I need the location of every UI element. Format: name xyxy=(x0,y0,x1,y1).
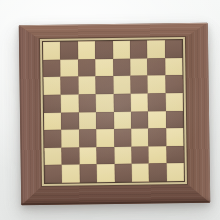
square-h4 xyxy=(166,111,184,129)
square-c6 xyxy=(78,77,96,95)
square-d2 xyxy=(97,147,115,165)
square-c7 xyxy=(78,59,96,77)
square-c4 xyxy=(79,112,97,130)
square-e8 xyxy=(112,41,130,59)
square-b2 xyxy=(62,147,80,165)
square-d7 xyxy=(95,59,113,77)
square-e5 xyxy=(113,94,131,112)
square-g6 xyxy=(148,76,166,94)
square-e2 xyxy=(114,147,132,165)
square-c5 xyxy=(78,94,96,112)
board-frame-right xyxy=(182,23,211,203)
square-d1 xyxy=(97,164,115,182)
square-e1 xyxy=(114,164,132,182)
square-b7 xyxy=(61,59,79,77)
square-h3 xyxy=(166,128,184,146)
square-d6 xyxy=(96,76,114,94)
square-e7 xyxy=(113,58,131,76)
square-f4 xyxy=(131,111,149,129)
square-f2 xyxy=(131,146,149,164)
square-h2 xyxy=(166,146,184,164)
square-c1 xyxy=(79,165,97,183)
square-d5 xyxy=(96,94,114,112)
square-a2 xyxy=(44,147,62,165)
square-f7 xyxy=(130,58,148,76)
square-g7 xyxy=(147,58,165,76)
square-a6 xyxy=(43,77,61,95)
square-e6 xyxy=(113,76,131,94)
square-e3 xyxy=(114,129,132,147)
square-g3 xyxy=(148,128,166,146)
square-e4 xyxy=(113,111,131,129)
square-h7 xyxy=(165,58,183,76)
square-a4 xyxy=(44,112,62,130)
square-f5 xyxy=(131,93,149,111)
square-c3 xyxy=(79,129,97,147)
square-b8 xyxy=(60,42,78,60)
square-g5 xyxy=(148,93,166,111)
playing-area xyxy=(43,40,184,183)
square-b3 xyxy=(62,130,80,148)
square-c8 xyxy=(78,41,96,59)
square-b6 xyxy=(61,77,79,95)
square-h1 xyxy=(166,163,184,181)
square-g2 xyxy=(149,146,167,164)
square-b5 xyxy=(61,94,79,112)
square-b4 xyxy=(61,112,79,130)
square-h5 xyxy=(165,93,183,111)
square-g1 xyxy=(149,164,167,182)
square-f8 xyxy=(130,41,148,59)
board-frame-bottom xyxy=(21,181,210,206)
square-f3 xyxy=(131,129,149,147)
square-a8 xyxy=(43,42,61,60)
square-a1 xyxy=(45,165,63,183)
square-f1 xyxy=(132,164,150,182)
square-b1 xyxy=(62,165,80,183)
photo-background xyxy=(0,0,220,220)
square-d4 xyxy=(96,112,114,130)
square-f6 xyxy=(130,76,148,94)
square-a7 xyxy=(43,59,61,77)
square-d3 xyxy=(96,129,114,147)
square-g4 xyxy=(148,111,166,129)
square-g8 xyxy=(147,40,165,58)
chessboard xyxy=(19,23,210,206)
square-h6 xyxy=(165,75,183,93)
board-frame-left xyxy=(19,25,46,205)
square-c2 xyxy=(79,147,97,165)
square-h8 xyxy=(165,40,183,58)
square-a3 xyxy=(44,130,62,148)
square-d8 xyxy=(95,41,113,59)
square-a5 xyxy=(44,95,62,113)
